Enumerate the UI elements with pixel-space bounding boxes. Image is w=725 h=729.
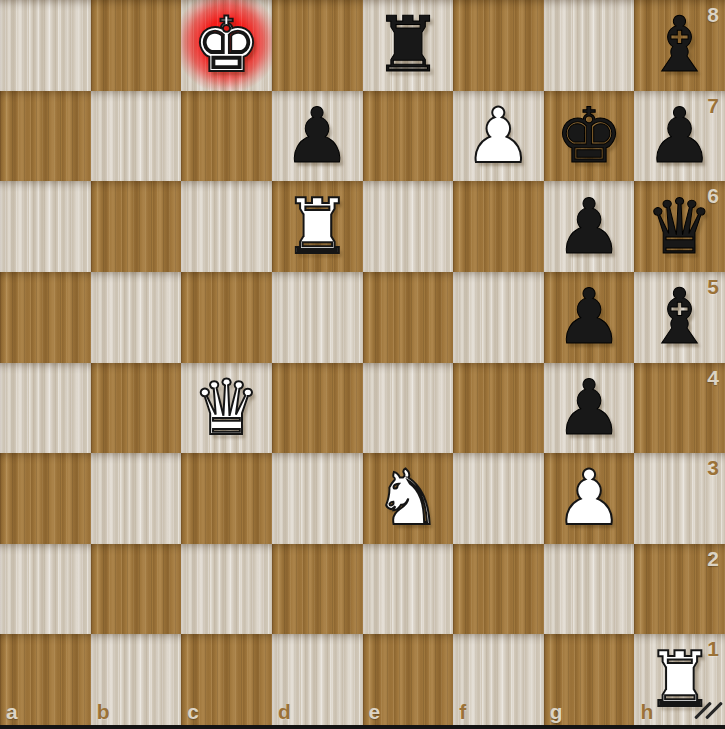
square-a8[interactable] <box>0 0 91 91</box>
square-d6[interactable]: ♜︎ <box>272 181 363 272</box>
piece-white-queen-c4[interactable]: ♛︎ <box>192 363 260 453</box>
square-f6[interactable] <box>453 181 544 272</box>
square-d8[interactable] <box>272 0 363 91</box>
square-e8[interactable]: ♜︎ <box>363 0 454 91</box>
square-b1[interactable]: b <box>91 634 182 725</box>
piece-white-knight-e3[interactable]: ♞︎ <box>374 453 442 543</box>
square-c3[interactable] <box>181 453 272 544</box>
square-h3[interactable]: 3 <box>634 453 725 544</box>
piece-white-pawn-g3[interactable]: ♟︎ <box>555 453 623 543</box>
bottom-bar <box>0 725 725 729</box>
file-label-f: f <box>459 701 466 722</box>
piece-white-rook-d6[interactable]: ♜︎ <box>283 182 351 272</box>
square-b6[interactable] <box>91 181 182 272</box>
square-h4[interactable]: 4 <box>634 363 725 454</box>
square-c8[interactable]: ♚︎ <box>181 0 272 91</box>
square-b3[interactable] <box>91 453 182 544</box>
square-g1[interactable]: g <box>544 634 635 725</box>
file-label-g: g <box>550 701 563 722</box>
square-e3[interactable]: ♞︎ <box>363 453 454 544</box>
square-c2[interactable] <box>181 544 272 635</box>
square-c7[interactable] <box>181 91 272 182</box>
square-d4[interactable] <box>272 363 363 454</box>
square-a7[interactable] <box>0 91 91 182</box>
rank-label-3: 3 <box>707 457 719 478</box>
square-c6[interactable] <box>181 181 272 272</box>
square-d7[interactable]: ♟︎ <box>272 91 363 182</box>
square-d3[interactable] <box>272 453 363 544</box>
square-g3[interactable]: ♟︎ <box>544 453 635 544</box>
square-b2[interactable] <box>91 544 182 635</box>
square-e6[interactable] <box>363 181 454 272</box>
file-label-d: d <box>278 701 291 722</box>
piece-black-bishop-h5[interactable]: ♝︎ <box>646 272 714 362</box>
square-d5[interactable] <box>272 272 363 363</box>
piece-black-pawn-h7[interactable]: ♟︎ <box>646 91 714 181</box>
square-h7[interactable]: 7♟︎ <box>634 91 725 182</box>
square-e4[interactable] <box>363 363 454 454</box>
square-h8[interactable]: 8♝︎ <box>634 0 725 91</box>
square-h6[interactable]: 6♛︎ <box>634 181 725 272</box>
piece-black-pawn-g6[interactable]: ♟︎ <box>555 182 623 272</box>
piece-white-king-c8[interactable]: ♚︎ <box>192 0 260 90</box>
file-label-c: c <box>187 701 199 722</box>
square-f7[interactable]: ♟︎ <box>453 91 544 182</box>
square-f2[interactable] <box>453 544 544 635</box>
square-c1[interactable]: c <box>181 634 272 725</box>
square-f1[interactable]: f <box>453 634 544 725</box>
square-a4[interactable] <box>0 363 91 454</box>
square-b7[interactable] <box>91 91 182 182</box>
square-b5[interactable] <box>91 272 182 363</box>
square-g5[interactable]: ♟︎ <box>544 272 635 363</box>
square-e5[interactable] <box>363 272 454 363</box>
square-c4[interactable]: ♛︎ <box>181 363 272 454</box>
square-g8[interactable] <box>544 0 635 91</box>
square-e7[interactable] <box>363 91 454 182</box>
square-g4[interactable]: ♟︎ <box>544 363 635 454</box>
rank-label-2: 2 <box>707 548 719 569</box>
piece-black-pawn-d7[interactable]: ♟︎ <box>283 91 351 181</box>
square-e2[interactable] <box>363 544 454 635</box>
square-g7[interactable]: ♚︎ <box>544 91 635 182</box>
square-b8[interactable] <box>91 0 182 91</box>
piece-black-rook-e8[interactable]: ♜︎ <box>374 0 442 90</box>
square-f3[interactable] <box>453 453 544 544</box>
square-a5[interactable] <box>0 272 91 363</box>
square-a6[interactable] <box>0 181 91 272</box>
piece-black-bishop-h8[interactable]: ♝︎ <box>646 0 714 90</box>
file-label-b: b <box>97 701 110 722</box>
board-resize-handle[interactable] <box>694 693 724 723</box>
square-a1[interactable]: a <box>0 634 91 725</box>
square-d1[interactable]: d <box>272 634 363 725</box>
square-c5[interactable] <box>181 272 272 363</box>
square-e1[interactable]: e <box>363 634 454 725</box>
file-label-a: a <box>6 701 18 722</box>
square-g6[interactable]: ♟︎ <box>544 181 635 272</box>
piece-black-queen-h6[interactable]: ♛︎ <box>646 182 714 272</box>
square-b4[interactable] <box>91 363 182 454</box>
piece-black-pawn-g4[interactable]: ♟︎ <box>555 363 623 453</box>
chess-board[interactable]: ♚︎♜︎8♝︎♟︎♟︎♚︎7♟︎♜︎♟︎6♛︎♟︎5♝︎♛︎♟︎4♞︎♟︎32a… <box>0 0 725 725</box>
rank-label-4: 4 <box>707 367 719 388</box>
square-g2[interactable] <box>544 544 635 635</box>
square-f8[interactable] <box>453 0 544 91</box>
piece-black-pawn-g5[interactable]: ♟︎ <box>555 272 623 362</box>
square-a2[interactable] <box>0 544 91 635</box>
square-a3[interactable] <box>0 453 91 544</box>
file-label-e: e <box>369 701 381 722</box>
square-f4[interactable] <box>453 363 544 454</box>
square-d2[interactable] <box>272 544 363 635</box>
square-h2[interactable]: 2 <box>634 544 725 635</box>
square-h5[interactable]: 5♝︎ <box>634 272 725 363</box>
piece-white-pawn-f7[interactable]: ♟︎ <box>464 91 532 181</box>
piece-black-king-g7[interactable]: ♚︎ <box>555 91 623 181</box>
square-f5[interactable] <box>453 272 544 363</box>
